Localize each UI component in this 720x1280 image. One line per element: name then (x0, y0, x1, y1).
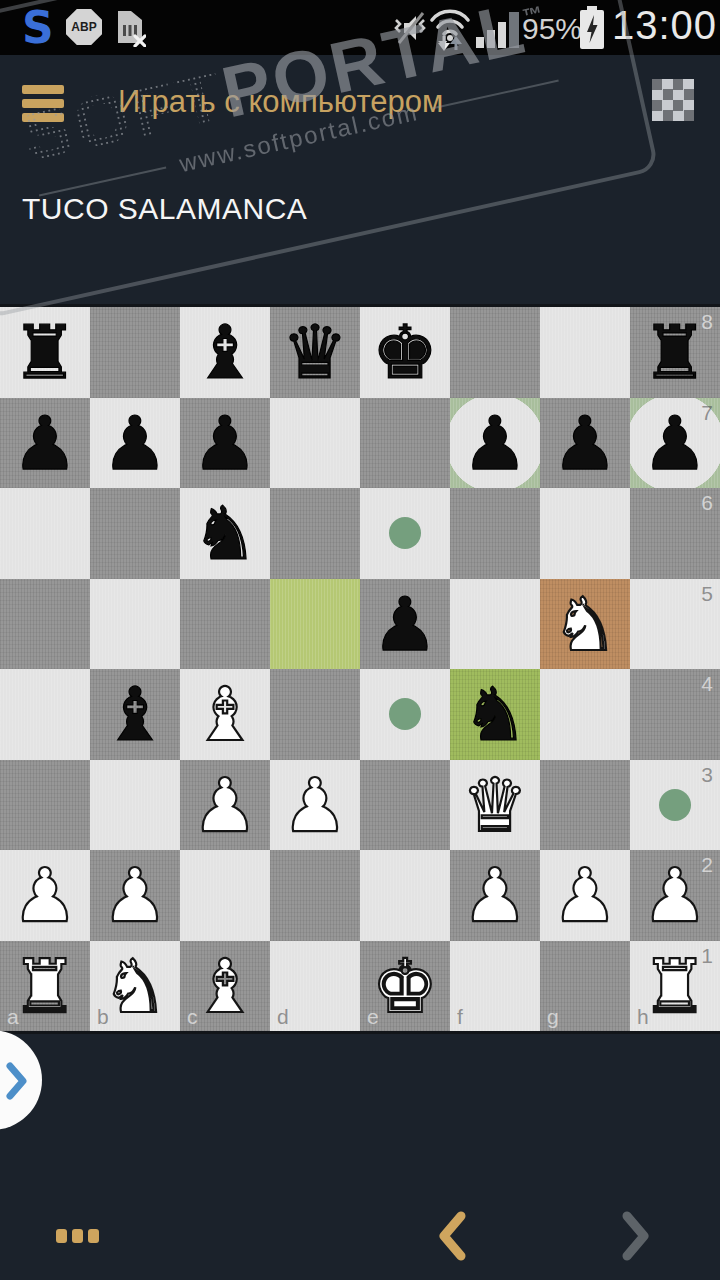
square-e8[interactable]: ♚ (360, 307, 450, 398)
chess-board: ♜♝♛♚♜8♟♟♟♟♟♟7♞6♟♞5♝♝♞4♟♟♛3♟♟♟♟♟2♜a♞b♝cd♚… (0, 304, 720, 1034)
square-f8[interactable] (450, 307, 540, 398)
file-label: e (367, 1005, 379, 1029)
square-a2[interactable]: ♟ (0, 850, 90, 941)
piece-black-king[interactable]: ♚ (360, 307, 450, 398)
move-hint-dot[interactable] (659, 789, 691, 821)
square-b7[interactable]: ♟ (90, 398, 180, 489)
square-b3[interactable] (90, 760, 180, 851)
square-d6[interactable] (270, 488, 360, 579)
square-f1[interactable]: f (450, 941, 540, 1032)
square-e1[interactable]: ♚e (360, 941, 450, 1032)
piece-black-bishop[interactable]: ♝ (180, 307, 270, 398)
piece-black-queen[interactable]: ♛ (270, 307, 360, 398)
square-d5[interactable] (270, 579, 360, 670)
file-label: h (637, 1005, 649, 1029)
rank-label: 7 (701, 401, 713, 425)
rank-label: 3 (701, 763, 713, 787)
square-c1[interactable]: ♝c (180, 941, 270, 1032)
piece-black-pawn[interactable]: ♟ (360, 579, 450, 670)
file-label: a (7, 1005, 19, 1029)
file-label: f (457, 1005, 463, 1029)
piece-white-pawn[interactable]: ♟ (90, 850, 180, 941)
move-hint-dot[interactable] (389, 698, 421, 730)
rank-label: 4 (701, 672, 713, 696)
square-a3[interactable] (0, 760, 90, 851)
wifi-icon (428, 5, 472, 52)
square-b1[interactable]: ♞b (90, 941, 180, 1032)
piece-white-bishop[interactable]: ♝ (180, 669, 270, 760)
clock: 13:00 (612, 3, 717, 48)
square-f6[interactable] (450, 488, 540, 579)
rank-label: 1 (701, 944, 713, 968)
adblock-label: ABP (71, 20, 96, 34)
file-label: d (277, 1005, 289, 1029)
menu-icon[interactable] (22, 85, 64, 122)
square-a5[interactable] (0, 579, 90, 670)
square-d8[interactable]: ♛ (270, 307, 360, 398)
square-f7[interactable]: ♟ (450, 398, 540, 489)
app-screen: S ABP (0, 0, 720, 1280)
piece-black-rook[interactable]: ♜ (0, 307, 90, 398)
square-g4[interactable] (540, 669, 630, 760)
piece-white-pawn[interactable]: ♟ (180, 760, 270, 851)
forward-move-button[interactable] (618, 1210, 654, 1262)
square-b6[interactable] (90, 488, 180, 579)
more-menu-button[interactable] (56, 1229, 99, 1243)
s-app-icon: S (22, 2, 54, 53)
piece-white-pawn[interactable]: ♟ (540, 850, 630, 941)
square-g5[interactable]: ♞ (540, 579, 630, 670)
square-d2[interactable] (270, 850, 360, 941)
square-h7[interactable]: ♟7 (630, 398, 720, 489)
square-b5[interactable] (90, 579, 180, 670)
square-h3[interactable]: 3 (630, 760, 720, 851)
square-g8[interactable] (540, 307, 630, 398)
square-g3[interactable] (540, 760, 630, 851)
file-label: b (97, 1005, 109, 1029)
chevron-right-icon (4, 1060, 30, 1102)
square-a7[interactable]: ♟ (0, 398, 90, 489)
square-d3[interactable]: ♟ (270, 760, 360, 851)
square-g1[interactable]: g (540, 941, 630, 1032)
square-h4[interactable]: 4 (630, 669, 720, 760)
piece-black-pawn[interactable]: ♟ (0, 398, 90, 489)
square-e6[interactable] (360, 488, 450, 579)
square-b4[interactable]: ♝ (90, 669, 180, 760)
battery-icon (578, 6, 606, 50)
square-c5[interactable] (180, 579, 270, 670)
square-h2[interactable]: ♟2 (630, 850, 720, 941)
square-c8[interactable]: ♝ (180, 307, 270, 398)
piece-white-queen[interactable]: ♛ (450, 760, 540, 851)
square-c3[interactable]: ♟ (180, 760, 270, 851)
chessboard-theme-icon[interactable] (652, 79, 694, 121)
file-label: g (547, 1005, 559, 1029)
square-g6[interactable] (540, 488, 630, 579)
sim-missing-icon (116, 9, 146, 47)
square-f2[interactable]: ♟ (450, 850, 540, 941)
square-e3[interactable] (360, 760, 450, 851)
square-g7[interactable]: ♟ (540, 398, 630, 489)
square-a8[interactable]: ♜ (0, 307, 90, 398)
piece-white-pawn[interactable]: ♟ (450, 850, 540, 941)
piece-black-bishop[interactable]: ♝ (90, 669, 180, 760)
square-d4[interactable] (270, 669, 360, 760)
square-d1[interactable]: d (270, 941, 360, 1032)
square-c4[interactable]: ♝ (180, 669, 270, 760)
square-f5[interactable] (450, 579, 540, 670)
square-a4[interactable] (0, 669, 90, 760)
piece-black-pawn[interactable]: ♟ (450, 398, 540, 489)
square-d7[interactable] (270, 398, 360, 489)
piece-white-knight[interactable]: ♞ (540, 579, 630, 670)
rank-label: 6 (701, 491, 713, 515)
square-c6[interactable]: ♞ (180, 488, 270, 579)
piece-white-pawn[interactable]: ♟ (0, 850, 90, 941)
square-h6[interactable]: 6 (630, 488, 720, 579)
file-label: c (187, 1005, 198, 1029)
square-e7[interactable] (360, 398, 450, 489)
square-f4[interactable]: ♞ (450, 669, 540, 760)
piece-black-knight[interactable]: ♞ (450, 669, 540, 760)
drawer-handle[interactable] (0, 1030, 42, 1130)
square-c7[interactable]: ♟ (180, 398, 270, 489)
signal-icon (476, 10, 522, 48)
vibrate-mute-icon (390, 10, 430, 46)
square-h1[interactable]: ♜1h (630, 941, 720, 1032)
status-bar: S ABP (0, 0, 720, 55)
battery-percent: 95% (522, 12, 582, 46)
page-title: Играть с компьютером (118, 84, 443, 120)
piece-black-pawn[interactable]: ♟ (540, 398, 630, 489)
square-f3[interactable]: ♛ (450, 760, 540, 851)
piece-white-pawn[interactable]: ♟ (270, 760, 360, 851)
square-b8[interactable] (90, 307, 180, 398)
square-g2[interactable]: ♟ (540, 850, 630, 941)
square-e2[interactable] (360, 850, 450, 941)
square-b2[interactable]: ♟ (90, 850, 180, 941)
square-e5[interactable]: ♟ (360, 579, 450, 670)
adblock-icon: ABP (66, 9, 102, 45)
rank-label: 5 (701, 582, 713, 606)
rank-label: 8 (701, 310, 713, 334)
rank-label: 2 (701, 853, 713, 877)
piece-black-knight[interactable]: ♞ (180, 488, 270, 579)
square-a1[interactable]: ♜a (0, 941, 90, 1032)
move-hint-dot[interactable] (389, 517, 421, 549)
opponent-name: TUCO SALAMANCA (22, 192, 307, 226)
piece-black-pawn[interactable]: ♟ (180, 398, 270, 489)
square-h5[interactable]: 5 (630, 579, 720, 670)
back-move-button[interactable] (434, 1210, 470, 1262)
piece-black-pawn[interactable]: ♟ (90, 398, 180, 489)
square-h8[interactable]: ♜8 (630, 307, 720, 398)
square-e4[interactable] (360, 669, 450, 760)
square-a6[interactable] (0, 488, 90, 579)
square-c2[interactable] (180, 850, 270, 941)
